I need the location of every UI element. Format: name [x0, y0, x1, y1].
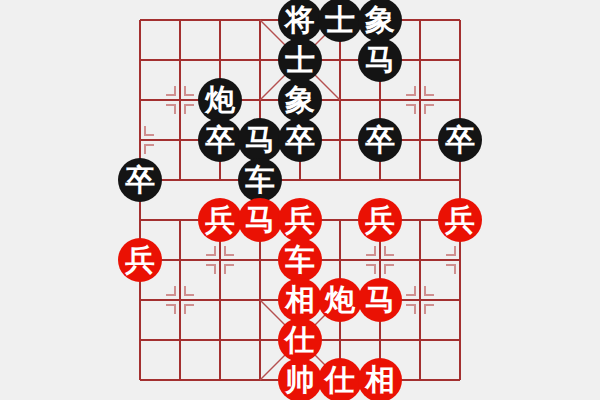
- piece-red-马[interactable]: 马: [358, 278, 402, 322]
- piece-red-炮[interactable]: 炮: [318, 278, 362, 322]
- piece-black-卒[interactable]: 卒: [358, 118, 402, 162]
- piece-red-帅[interactable]: 帅: [278, 358, 322, 400]
- piece-black-马[interactable]: 马: [358, 38, 402, 82]
- piece-red-兵[interactable]: 兵: [198, 198, 242, 242]
- piece-red-仕[interactable]: 仕: [278, 318, 322, 362]
- piece-black-将[interactable]: 将: [278, 0, 322, 42]
- piece-red-相[interactable]: 相: [278, 278, 322, 322]
- piece-red-兵[interactable]: 兵: [358, 198, 402, 242]
- piece-black-象[interactable]: 象: [358, 0, 402, 42]
- piece-black-卒[interactable]: 卒: [198, 118, 242, 162]
- piece-red-兵[interactable]: 兵: [438, 198, 482, 242]
- piece-black-马[interactable]: 马: [238, 118, 282, 162]
- piece-black-象[interactable]: 象: [278, 78, 322, 122]
- piece-red-车[interactable]: 车: [278, 238, 322, 282]
- piece-red-马[interactable]: 马: [238, 198, 282, 242]
- piece-black-卒[interactable]: 卒: [438, 118, 482, 162]
- app-screen: 将士象士马炮象卒马卒卒卒卒车兵马兵兵兵兵车相炮马仕帅仕相: [0, 0, 600, 400]
- piece-red-兵[interactable]: 兵: [118, 238, 162, 282]
- piece-black-士[interactable]: 士: [278, 38, 322, 82]
- piece-red-相[interactable]: 相: [358, 358, 402, 400]
- piece-black-士[interactable]: 士: [318, 0, 362, 42]
- piece-black-车[interactable]: 车: [238, 158, 282, 202]
- piece-black-炮[interactable]: 炮: [198, 78, 242, 122]
- xiangqi-board[interactable]: 将士象士马炮象卒马卒卒卒卒车兵马兵兵兵兵车相炮马仕帅仕相: [0, 0, 600, 400]
- piece-red-兵[interactable]: 兵: [278, 198, 322, 242]
- piece-black-卒[interactable]: 卒: [118, 158, 162, 202]
- piece-red-仕[interactable]: 仕: [318, 358, 362, 400]
- piece-black-卒[interactable]: 卒: [278, 118, 322, 162]
